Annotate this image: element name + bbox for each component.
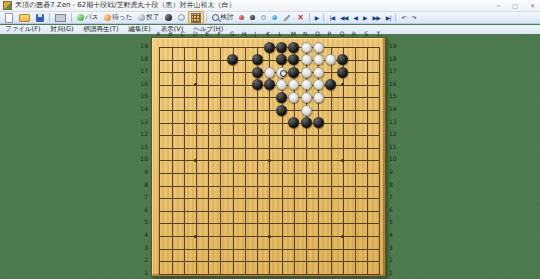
app-icon bbox=[3, 1, 12, 10]
print-icon bbox=[55, 14, 66, 22]
stone-black-M17 bbox=[288, 67, 299, 78]
stone-white-M15 bbox=[288, 92, 299, 103]
toolbar-separator bbox=[323, 13, 324, 22]
rotate-left-icon: ↶ bbox=[401, 13, 405, 23]
row-label-right-10: 10 bbox=[389, 156, 402, 162]
undo-move-label: 待った bbox=[112, 13, 132, 22]
col-label-M: M bbox=[291, 31, 296, 37]
stone-white-N19 bbox=[301, 42, 312, 53]
toolbar-separator bbox=[206, 13, 207, 22]
game-area: ABCDEFGHJKLMNOPQRST191918181717161615151… bbox=[0, 34, 540, 279]
stone-white-N14 bbox=[301, 105, 312, 116]
toolbar-button-edit-pencil[interactable] bbox=[280, 11, 294, 24]
stone-black-G18 bbox=[227, 54, 238, 65]
stone-black-K19 bbox=[264, 42, 275, 53]
grid-line bbox=[159, 223, 380, 224]
row-label-left-12: 12 bbox=[135, 131, 148, 137]
row-label-left-11: 11 bbox=[135, 144, 148, 150]
row-label-left-4: 4 bbox=[135, 232, 148, 238]
menu-ファイル[interactable]: ファイル(F) bbox=[0, 25, 45, 34]
row-label-left-18: 18 bbox=[135, 56, 148, 62]
row-label-left-16: 16 bbox=[135, 81, 148, 87]
row-label-left-1: 1 bbox=[135, 270, 148, 276]
toolbar-button-new-game[interactable] bbox=[2, 11, 16, 24]
toolbar-button-pass[interactable]: パス bbox=[74, 11, 101, 24]
stone-white-O18 bbox=[313, 54, 324, 65]
row-label-right-8: 8 bbox=[389, 182, 402, 188]
toolbar-button-delete[interactable]: × bbox=[294, 11, 307, 24]
stone-black-J16 bbox=[252, 79, 263, 90]
candidate-red-icon bbox=[239, 15, 244, 20]
grid-line bbox=[159, 274, 380, 275]
row-label-left-6: 6 bbox=[135, 207, 148, 213]
analysis-label: 検討 bbox=[220, 13, 233, 22]
star-point bbox=[341, 159, 344, 162]
toolbar-button-candidate-black[interactable] bbox=[247, 11, 258, 24]
edit-pencil-icon bbox=[284, 14, 291, 21]
stone-black-L19 bbox=[276, 42, 287, 53]
stone-white-O17 bbox=[313, 67, 324, 78]
nav-first-icon: |◀ bbox=[329, 13, 334, 23]
grid-line bbox=[159, 211, 380, 212]
row-label-right-14: 14 bbox=[389, 106, 402, 112]
stone-white-L16 bbox=[276, 79, 287, 90]
toolbar-button-nav-back[interactable]: ◀ bbox=[350, 11, 360, 24]
toolbar-button-hint-black-stone[interactable] bbox=[162, 11, 175, 24]
stone-black-Q17 bbox=[337, 67, 348, 78]
grid-line bbox=[159, 198, 380, 199]
stone-white-O19 bbox=[313, 42, 324, 53]
stone-white-M16 bbox=[288, 79, 299, 90]
stone-white-O15 bbox=[313, 92, 324, 103]
stone-white-N16 bbox=[301, 79, 312, 90]
col-label-O: O bbox=[315, 31, 320, 37]
nav-last-icon: ▶| bbox=[386, 13, 391, 23]
new-game-icon bbox=[5, 13, 13, 23]
col-label-H: H bbox=[242, 31, 247, 37]
pass-icon bbox=[77, 14, 84, 21]
stone-black-M18 bbox=[288, 54, 299, 65]
row-label-right-5: 5 bbox=[389, 219, 402, 225]
window-controls: ─□✕ bbox=[494, 0, 538, 11]
toolbar-button-print[interactable] bbox=[52, 11, 69, 24]
col-label-S: S bbox=[364, 31, 368, 37]
row-label-left-10: 10 bbox=[135, 156, 148, 162]
col-label-N: N bbox=[303, 31, 308, 37]
nav-forward-icon: ▶ bbox=[363, 13, 367, 23]
save-file-icon bbox=[36, 14, 44, 22]
candidate-white-icon bbox=[261, 15, 266, 20]
toolbar-button-rotate-left[interactable]: ↶ bbox=[398, 11, 408, 24]
toolbar-button-open-file[interactable] bbox=[16, 11, 33, 24]
col-label-Q: Q bbox=[340, 31, 345, 37]
minimize-button[interactable]: ─ bbox=[494, 0, 504, 11]
row-label-right-18: 18 bbox=[389, 56, 402, 62]
col-label-P: P bbox=[328, 31, 332, 37]
menu-編集[interactable]: 編集(E) bbox=[124, 25, 156, 34]
toolbar-button-nav-first[interactable]: |◀ bbox=[326, 11, 337, 24]
hint-white-stone-icon bbox=[178, 14, 185, 21]
row-label-right-11: 11 bbox=[389, 144, 402, 150]
row-label-left-14: 14 bbox=[135, 106, 148, 112]
col-label-D: D bbox=[193, 31, 198, 37]
resign-icon bbox=[138, 14, 145, 21]
row-label-left-13: 13 bbox=[135, 119, 148, 125]
stone-white-O16 bbox=[313, 79, 324, 90]
hint-black-stone-icon bbox=[165, 14, 172, 21]
delete-icon: × bbox=[297, 13, 304, 22]
toolbar-button-nav-forward[interactable]: ▶ bbox=[360, 11, 370, 24]
go-board[interactable] bbox=[151, 37, 386, 277]
row-label-right-7: 7 bbox=[389, 194, 402, 200]
rotate-right-icon: ↷ bbox=[411, 13, 415, 23]
toolbar-separator bbox=[71, 13, 72, 22]
col-label-B: B bbox=[169, 31, 173, 37]
close-button[interactable]: ✕ bbox=[527, 0, 538, 11]
row-label-right-4: 4 bbox=[389, 232, 402, 238]
toolbar-button-board-view[interactable] bbox=[188, 11, 204, 24]
row-label-left-5: 5 bbox=[135, 219, 148, 225]
star-point bbox=[341, 235, 344, 238]
grid-line bbox=[379, 47, 380, 275]
toolbar-button-nav-back10[interactable]: ◀◀ bbox=[337, 11, 350, 24]
grid-line bbox=[355, 47, 356, 275]
candidate-black-icon bbox=[250, 15, 255, 20]
stone-black-O13 bbox=[313, 117, 324, 128]
stone-black-P16 bbox=[325, 79, 336, 90]
stone-black-L18 bbox=[276, 54, 287, 65]
toolbar-button-rotate-right[interactable]: ↷ bbox=[408, 11, 418, 24]
col-label-R: R bbox=[352, 31, 356, 37]
row-label-left-17: 17 bbox=[135, 68, 148, 74]
row-label-right-15: 15 bbox=[389, 93, 402, 99]
stone-white-L17 bbox=[276, 67, 287, 78]
star-point bbox=[268, 235, 271, 238]
stone-black-J18 bbox=[252, 54, 263, 65]
col-label-F: F bbox=[217, 31, 220, 37]
open-file-icon bbox=[19, 14, 30, 22]
row-label-right-6: 6 bbox=[389, 207, 402, 213]
row-label-right-19: 19 bbox=[389, 43, 402, 49]
toolbar-button-analysis[interactable]: 検討 bbox=[209, 11, 236, 24]
app-window: 天頂の囲碁7 Zen - 62期十段戦/芝野虎丸十段（黒）対井山裕太（白） ─□… bbox=[0, 0, 540, 279]
star-point bbox=[268, 159, 271, 162]
toolbar-button-undo-move[interactable]: 待った bbox=[101, 11, 135, 24]
stone-black-L15 bbox=[276, 92, 287, 103]
menu-対局[interactable]: 対局(G) bbox=[45, 25, 78, 34]
col-label-A: A bbox=[156, 31, 160, 37]
stone-white-P18 bbox=[325, 54, 336, 65]
toolbar-separator bbox=[395, 13, 396, 22]
toolbar-button-nav-last[interactable]: ▶| bbox=[383, 11, 394, 24]
toolbar-button-candidate-teal[interactable] bbox=[269, 11, 280, 24]
row-label-left-7: 7 bbox=[135, 194, 148, 200]
row-label-right-16: 16 bbox=[389, 81, 402, 87]
grid-line bbox=[367, 47, 368, 275]
toolbar-separator bbox=[309, 13, 310, 22]
row-label-right-17: 17 bbox=[389, 68, 402, 74]
candidate-teal-icon bbox=[272, 15, 277, 20]
board-view-icon bbox=[191, 13, 201, 23]
row-label-right-1: 1 bbox=[389, 270, 402, 276]
window-title: 天頂の囲碁7 Zen - 62期十段戦/芝野虎丸十段（黒）対井山裕太（白） bbox=[15, 0, 236, 11]
stone-black-K16 bbox=[264, 79, 275, 90]
toolbar-button-play[interactable]: ▶ bbox=[312, 11, 322, 24]
analysis-icon bbox=[212, 14, 219, 21]
col-label-G: G bbox=[230, 31, 235, 37]
row-label-left-3: 3 bbox=[135, 245, 148, 251]
play-icon: ▶ bbox=[315, 13, 319, 23]
stone-white-N18 bbox=[301, 54, 312, 65]
last-move-marker bbox=[280, 70, 287, 77]
stone-black-L14 bbox=[276, 105, 287, 116]
row-label-left-9: 9 bbox=[135, 169, 148, 175]
col-label-K: K bbox=[266, 31, 270, 37]
stone-white-N15 bbox=[301, 92, 312, 103]
stone-black-J17 bbox=[252, 67, 263, 78]
grid-line bbox=[159, 249, 380, 250]
toolbar-button-save-file[interactable] bbox=[33, 11, 47, 24]
stone-black-M13 bbox=[288, 117, 299, 128]
toolbar-separator bbox=[49, 13, 50, 22]
nav-back10-icon: ◀◀ bbox=[340, 13, 347, 23]
row-label-left-8: 8 bbox=[135, 182, 148, 188]
toolbar-button-hint-white-stone[interactable] bbox=[175, 11, 188, 24]
grid-line bbox=[159, 173, 380, 174]
col-label-L: L bbox=[279, 31, 282, 37]
grid-line bbox=[159, 261, 380, 262]
stone-black-N13 bbox=[301, 117, 312, 128]
star-point bbox=[341, 83, 344, 86]
pass-label: パス bbox=[85, 13, 98, 22]
stone-black-M19 bbox=[288, 42, 299, 53]
row-label-left-15: 15 bbox=[135, 93, 148, 99]
maximize-button[interactable]: □ bbox=[509, 0, 521, 11]
col-label-T: T bbox=[376, 31, 380, 37]
row-label-right-12: 12 bbox=[389, 131, 402, 137]
toolbar: パス待った投了検討×▶|◀◀◀◀▶▶▶▶|↶↷ bbox=[0, 12, 540, 24]
col-label-J: J bbox=[254, 31, 256, 37]
resign-label: 投了 bbox=[146, 13, 159, 22]
row-label-left-19: 19 bbox=[135, 43, 148, 49]
stone-white-N17 bbox=[301, 67, 312, 78]
row-label-right-13: 13 bbox=[389, 119, 402, 125]
menu-棋譜再生[interactable]: 棋譜再生(T) bbox=[79, 25, 124, 34]
toolbar-button-candidate-red[interactable] bbox=[236, 11, 247, 24]
toolbar-button-candidate-white[interactable] bbox=[258, 11, 269, 24]
row-label-right-2: 2 bbox=[389, 257, 402, 263]
row-label-right-9: 9 bbox=[389, 169, 402, 175]
nav-forward10-icon: ▶▶ bbox=[373, 13, 380, 23]
grid-line bbox=[159, 186, 380, 187]
stone-black-Q18 bbox=[337, 54, 348, 65]
row-label-right-3: 3 bbox=[389, 245, 402, 251]
col-label-C: C bbox=[181, 31, 185, 37]
row-label-left-2: 2 bbox=[135, 257, 148, 263]
toolbar-button-resign[interactable]: 投了 bbox=[135, 11, 162, 24]
stone-white-K17 bbox=[264, 67, 275, 78]
undo-move-icon bbox=[104, 14, 111, 21]
toolbar-button-nav-forward10[interactable]: ▶▶ bbox=[370, 11, 383, 24]
nav-back-icon: ◀ bbox=[353, 13, 357, 23]
col-label-E: E bbox=[205, 31, 209, 37]
